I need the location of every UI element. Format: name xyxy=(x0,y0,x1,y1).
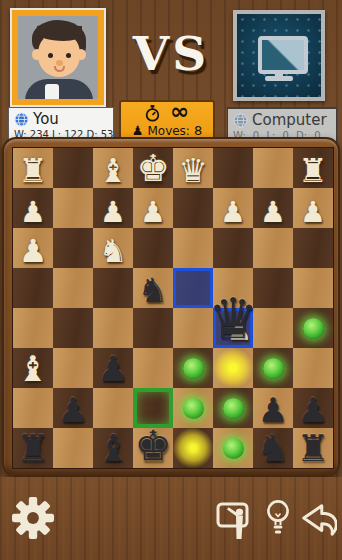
square-h7[interactable] xyxy=(13,388,53,428)
square-e4[interactable]: ♞ xyxy=(133,268,173,308)
stopwatch-icon xyxy=(145,105,160,122)
square-c5[interactable]: ♟♛ xyxy=(213,308,253,348)
square-a8[interactable]: ♜ xyxy=(293,428,333,468)
black-king: ♚ xyxy=(134,426,171,467)
square-b2[interactable]: ♟ xyxy=(253,188,293,228)
square-f1[interactable]: ♝ xyxy=(93,148,133,188)
square-a6[interactable] xyxy=(293,348,333,388)
square-g3[interactable] xyxy=(53,228,93,268)
square-a4[interactable] xyxy=(293,268,333,308)
square-a7[interactable]: ♟ xyxy=(293,388,333,428)
square-g4[interactable] xyxy=(53,268,93,308)
undo-arrow-icon[interactable] xyxy=(299,503,337,537)
square-c7[interactable] xyxy=(213,388,253,428)
square-e8[interactable]: ♚ xyxy=(133,428,173,468)
square-e5[interactable] xyxy=(133,308,173,348)
black-bishop: ♝ xyxy=(96,430,129,467)
tutor-board-icon[interactable] xyxy=(216,501,252,539)
square-b3[interactable] xyxy=(253,228,293,268)
square-g2[interactable] xyxy=(53,188,93,228)
match-status-panel: ∞ ♟ Moves: 8 xyxy=(119,100,215,141)
white-queen: ♛ xyxy=(178,154,208,187)
square-g5[interactable] xyxy=(53,308,93,348)
computer-avatar xyxy=(233,10,325,101)
square-f6[interactable]: ♟ xyxy=(93,348,133,388)
square-f4[interactable] xyxy=(93,268,133,308)
square-f7[interactable] xyxy=(93,388,133,428)
legal-move-dot[interactable] xyxy=(303,318,324,339)
bottom-toolbar xyxy=(0,477,342,560)
white-pawn: ♟ xyxy=(100,198,126,227)
square-b8[interactable]: ♞ xyxy=(253,428,293,468)
white-knight: ♞ xyxy=(99,235,128,267)
square-h2[interactable]: ♟ xyxy=(13,188,53,228)
square-f5[interactable] xyxy=(93,308,133,348)
square-d3[interactable] xyxy=(173,228,213,268)
square-f3[interactable]: ♞ xyxy=(93,228,133,268)
square-g8[interactable] xyxy=(53,428,93,468)
player-name: You xyxy=(33,110,59,128)
square-f2[interactable]: ♟ xyxy=(93,188,133,228)
square-c6[interactable] xyxy=(213,348,253,388)
square-e6[interactable] xyxy=(133,348,173,388)
square-c2[interactable]: ♟ xyxy=(213,188,253,228)
legal-move-dot[interactable] xyxy=(223,438,244,459)
square-h6[interactable]: ♝ xyxy=(13,348,53,388)
legal-move-dot[interactable] xyxy=(263,358,284,379)
white-rook: ♜ xyxy=(18,154,48,187)
black-pawn: ♟ xyxy=(258,393,288,427)
player-avatar xyxy=(10,8,106,107)
white-pawn: ♟ xyxy=(140,198,166,227)
legal-move-dot[interactable] xyxy=(183,398,204,419)
square-h3[interactable]: ♟ xyxy=(13,228,53,268)
square-d8[interactable] xyxy=(173,428,213,468)
settings-gear-icon[interactable] xyxy=(12,497,54,539)
square-b6[interactable] xyxy=(253,348,293,388)
square-g1[interactable] xyxy=(53,148,93,188)
square-d2[interactable] xyxy=(173,188,213,228)
square-h1[interactable]: ♜ xyxy=(13,148,53,188)
vs-label: VS xyxy=(110,26,232,81)
black-pawn: ♟ xyxy=(58,393,88,427)
square-d1[interactable]: ♛ xyxy=(173,148,213,188)
white-rook: ♜ xyxy=(298,154,328,187)
square-e2[interactable]: ♟ xyxy=(133,188,173,228)
square-c3[interactable] xyxy=(213,228,253,268)
globe-icon xyxy=(233,113,248,128)
square-d7[interactable] xyxy=(173,388,213,428)
monitor-icon xyxy=(258,36,308,74)
black-rook: ♜ xyxy=(16,430,49,467)
square-c8[interactable] xyxy=(213,428,253,468)
black-knight: ♞ xyxy=(256,430,289,467)
square-b4[interactable] xyxy=(253,268,293,308)
white-pawn: ♟ xyxy=(260,198,286,227)
square-b5[interactable] xyxy=(253,308,293,348)
pawn-icon: ♟ xyxy=(132,124,144,137)
square-d6[interactable] xyxy=(173,348,213,388)
infinite-time-icon: ∞ xyxy=(170,100,189,123)
square-b1[interactable] xyxy=(253,148,293,188)
moves-label: Moves: xyxy=(147,124,189,138)
square-b7[interactable]: ♟ xyxy=(253,388,293,428)
white-bishop: ♝ xyxy=(98,154,128,187)
square-a5[interactable] xyxy=(293,308,333,348)
square-h8[interactable]: ♜ xyxy=(13,428,53,468)
white-pawn: ♟ xyxy=(220,198,246,227)
legal-move-dot[interactable] xyxy=(183,358,204,379)
white-pawn: ♟ xyxy=(20,198,46,227)
square-e1[interactable]: ♚ xyxy=(133,148,173,188)
white-bishop: ♝ xyxy=(17,352,48,387)
square-g6[interactable] xyxy=(53,348,93,388)
globe-icon xyxy=(14,112,29,127)
square-g7[interactable]: ♟ xyxy=(53,388,93,428)
black-knight: ♞ xyxy=(138,273,168,307)
white-pawn: ♟ xyxy=(19,235,48,267)
square-c1[interactable] xyxy=(213,148,253,188)
black-rook: ♜ xyxy=(296,430,329,467)
moves-count: 8 xyxy=(194,123,202,138)
square-e3[interactable] xyxy=(133,228,173,268)
square-h5[interactable] xyxy=(13,308,53,348)
hint-bulb-icon[interactable] xyxy=(265,499,291,539)
square-a1[interactable]: ♜ xyxy=(293,148,333,188)
black-pawn: ♟ xyxy=(298,393,328,427)
black-queen: ♛ xyxy=(208,291,258,347)
avatar xyxy=(18,16,98,99)
square-a2[interactable]: ♟ xyxy=(293,188,333,228)
chess-board[interactable]: ♜♝♚♛♜♟♟♟♟♟♟♟♞♞♟♛♝♟♟♟♟♜♝♚♞♜ xyxy=(12,147,334,469)
computer-name: Computer xyxy=(252,111,327,129)
legal-move-dot[interactable] xyxy=(223,398,244,419)
white-pawn: ♟ xyxy=(300,198,326,227)
board-frame: ♜♝♚♛♜♟♟♟♟♟♟♟♞♞♟♛♝♟♟♟♟♜♝♚♞♜ xyxy=(2,137,340,477)
square-a3[interactable] xyxy=(293,228,333,268)
square-h4[interactable] xyxy=(13,268,53,308)
white-king: ♚ xyxy=(136,150,169,187)
black-pawn: ♟ xyxy=(97,352,128,387)
square-f8[interactable]: ♝ xyxy=(93,428,133,468)
